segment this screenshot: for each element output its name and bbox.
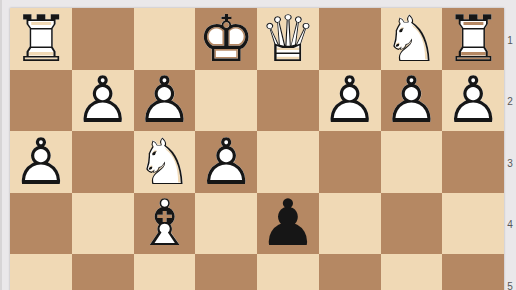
square-h3[interactable]: ♟♙ bbox=[10, 131, 72, 193]
square-d1[interactable]: ♛♕ bbox=[257, 8, 319, 70]
square-d4[interactable]: ♟ bbox=[257, 193, 319, 255]
chessboard-screenshot: ♜♖♚♔♛♕♞♘♜♖♟♙♟♙♟♙♟♙♟♙♟♙♞♘♟♙♝♗♟ 12345 bbox=[0, 0, 516, 290]
white-rook: ♖ bbox=[442, 8, 504, 70]
white-pawn-fill: ♟ bbox=[134, 70, 196, 132]
white-pawn-fill: ♟ bbox=[10, 131, 72, 193]
square-e5[interactable] bbox=[195, 254, 257, 290]
square-a4[interactable] bbox=[442, 193, 504, 255]
square-c5[interactable] bbox=[319, 254, 381, 290]
square-e2[interactable] bbox=[195, 70, 257, 132]
square-g4[interactable] bbox=[72, 193, 134, 255]
white-pawn: ♙ bbox=[10, 131, 72, 193]
square-e4[interactable] bbox=[195, 193, 257, 255]
white-rook-fill: ♜ bbox=[442, 8, 504, 70]
white-pawn-fill: ♟ bbox=[72, 70, 134, 132]
square-f1[interactable] bbox=[134, 8, 196, 70]
square-f4[interactable]: ♝♗ bbox=[134, 193, 196, 255]
square-g5[interactable] bbox=[72, 254, 134, 290]
white-king: ♔ bbox=[195, 8, 257, 70]
white-pawn: ♙ bbox=[195, 131, 257, 193]
rank-label-1: 1 bbox=[504, 35, 516, 46]
square-b2[interactable]: ♟♙ bbox=[381, 70, 443, 132]
square-c4[interactable] bbox=[319, 193, 381, 255]
square-c1[interactable] bbox=[319, 8, 381, 70]
white-pawn-fill: ♟ bbox=[195, 131, 257, 193]
white-rook: ♖ bbox=[10, 8, 72, 70]
rank-label-3: 3 bbox=[504, 158, 516, 169]
chess-board[interactable]: ♜♖♚♔♛♕♞♘♜♖♟♙♟♙♟♙♟♙♟♙♟♙♞♘♟♙♝♗♟ bbox=[10, 8, 504, 290]
left-edge-shade bbox=[0, 0, 2, 290]
white-knight: ♘ bbox=[381, 8, 443, 70]
white-rook-fill: ♜ bbox=[10, 8, 72, 70]
square-d3[interactable] bbox=[257, 131, 319, 193]
square-d5[interactable] bbox=[257, 254, 319, 290]
square-f3[interactable]: ♞♘ bbox=[134, 131, 196, 193]
square-b3[interactable] bbox=[381, 131, 443, 193]
white-pawn-fill: ♟ bbox=[442, 70, 504, 132]
white-pawn: ♙ bbox=[72, 70, 134, 132]
square-b5[interactable] bbox=[381, 254, 443, 290]
square-a3[interactable] bbox=[442, 131, 504, 193]
square-e1[interactable]: ♚♔ bbox=[195, 8, 257, 70]
square-d2[interactable] bbox=[257, 70, 319, 132]
white-knight-fill: ♞ bbox=[134, 131, 196, 193]
square-h5[interactable] bbox=[10, 254, 72, 290]
square-e3[interactable]: ♟♙ bbox=[195, 131, 257, 193]
square-b4[interactable] bbox=[381, 193, 443, 255]
white-queen-fill: ♛ bbox=[257, 8, 319, 70]
square-h2[interactable] bbox=[10, 70, 72, 132]
square-a1[interactable]: ♜♖ bbox=[442, 8, 504, 70]
square-h4[interactable] bbox=[10, 193, 72, 255]
white-pawn-fill: ♟ bbox=[319, 70, 381, 132]
white-knight: ♘ bbox=[134, 131, 196, 193]
rank-label-2: 2 bbox=[504, 96, 516, 107]
white-knight-fill: ♞ bbox=[381, 8, 443, 70]
square-g3[interactable] bbox=[72, 131, 134, 193]
rank-label-5: 5 bbox=[504, 281, 516, 290]
square-c2[interactable]: ♟♙ bbox=[319, 70, 381, 132]
white-pawn-fill: ♟ bbox=[381, 70, 443, 132]
white-pawn: ♙ bbox=[319, 70, 381, 132]
white-pawn: ♙ bbox=[381, 70, 443, 132]
square-b1[interactable]: ♞♘ bbox=[381, 8, 443, 70]
white-queen: ♕ bbox=[257, 8, 319, 70]
white-pawn: ♙ bbox=[134, 70, 196, 132]
square-a2[interactable]: ♟♙ bbox=[442, 70, 504, 132]
square-g1[interactable] bbox=[72, 8, 134, 70]
white-bishop: ♗ bbox=[134, 193, 196, 255]
rank-label-4: 4 bbox=[504, 219, 516, 230]
white-pawn: ♙ bbox=[442, 70, 504, 132]
square-c3[interactable] bbox=[319, 131, 381, 193]
square-g2[interactable]: ♟♙ bbox=[72, 70, 134, 132]
square-a5[interactable] bbox=[442, 254, 504, 290]
white-king-fill: ♚ bbox=[195, 8, 257, 70]
square-f5[interactable] bbox=[134, 254, 196, 290]
square-h1[interactable]: ♜♖ bbox=[10, 8, 72, 70]
black-pawn: ♟ bbox=[257, 193, 319, 255]
white-bishop-fill: ♝ bbox=[134, 193, 196, 255]
square-f2[interactable]: ♟♙ bbox=[134, 70, 196, 132]
